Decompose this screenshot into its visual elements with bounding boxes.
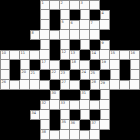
blocked-cell <box>50 80 60 90</box>
clue-number: 24 <box>82 70 86 74</box>
answer-cell[interactable] <box>60 10 70 20</box>
blocked-cell <box>120 90 130 100</box>
answer-cell[interactable]: 34 <box>30 110 40 120</box>
blocked-cell <box>20 30 30 40</box>
answer-cell[interactable]: 33 <box>60 100 70 110</box>
blocked-cell <box>10 130 20 140</box>
answer-cell[interactable] <box>70 130 80 140</box>
blocked-cell <box>110 130 120 140</box>
blocked-cell <box>10 120 20 130</box>
answer-cell[interactable]: 25 <box>90 70 100 80</box>
answer-cell[interactable] <box>90 130 100 140</box>
answer-cell[interactable] <box>80 10 90 20</box>
blocked-cell <box>130 40 140 50</box>
answer-cell[interactable] <box>90 100 100 110</box>
blocked-cell <box>130 0 140 10</box>
blocked-cell <box>130 90 140 100</box>
clue-number: 12 <box>62 50 66 54</box>
answer-cell[interactable] <box>110 70 120 80</box>
answer-cell[interactable] <box>100 120 110 130</box>
answer-cell[interactable]: 36 <box>70 120 80 130</box>
answer-cell[interactable]: 21 <box>30 70 40 80</box>
answer-cell[interactable]: 13 <box>70 50 80 60</box>
blocked-cell <box>110 90 120 100</box>
answer-cell[interactable]: 24 <box>80 70 90 80</box>
answer-cell[interactable] <box>0 60 10 70</box>
answer-cell[interactable] <box>30 50 40 60</box>
clue-number: 30 <box>52 91 56 95</box>
answer-cell[interactable] <box>100 50 110 60</box>
answer-cell[interactable] <box>40 80 50 90</box>
crossword-board: 1234567891011121314151617181920212223242… <box>0 0 140 140</box>
clue-number: 15 <box>111 51 115 55</box>
clue-number: 33 <box>61 101 65 105</box>
clue-number: 11 <box>21 51 25 55</box>
blocked-cell <box>100 0 110 10</box>
answer-cell[interactable]: 22 <box>50 70 60 80</box>
blocked-cell <box>120 70 130 80</box>
blocked-cell <box>50 50 60 60</box>
answer-cell[interactable] <box>80 100 90 110</box>
blocked-cell <box>20 100 30 110</box>
blocked-cell <box>70 10 80 20</box>
blocked-cell <box>10 110 20 120</box>
answer-cell[interactable] <box>120 80 130 90</box>
blocked-cell <box>30 10 40 20</box>
blocked-cell <box>130 110 140 120</box>
answer-cell[interactable] <box>40 50 50 60</box>
answer-cell[interactable]: 38 <box>40 130 50 140</box>
clue-number: 34 <box>32 111 36 115</box>
blocked-cell <box>0 110 10 120</box>
blocked-cell <box>90 10 100 20</box>
blocked-cell <box>30 60 40 70</box>
answer-cell[interactable]: 32 <box>40 100 50 110</box>
answer-cell[interactable]: 7 <box>90 20 100 30</box>
blocked-cell <box>20 40 30 50</box>
blocked-cell <box>10 10 20 20</box>
answer-cell[interactable] <box>0 70 10 80</box>
clue-number: 36 <box>71 121 75 125</box>
answer-cell[interactable] <box>50 0 60 10</box>
answer-cell[interactable] <box>50 30 60 40</box>
blocked-cell <box>20 120 30 130</box>
answer-cell[interactable] <box>130 70 140 80</box>
clue-number: 13 <box>71 51 75 55</box>
answer-cell[interactable] <box>90 0 100 10</box>
clue-number: 9 <box>102 41 104 45</box>
blocked-cell <box>90 60 100 70</box>
blocked-cell <box>120 110 130 120</box>
blocked-cell <box>130 120 140 130</box>
answer-cell[interactable] <box>40 40 50 50</box>
blocked-cell <box>10 0 20 10</box>
answer-cell[interactable] <box>10 50 20 60</box>
blocked-cell <box>30 100 40 110</box>
blocked-cell <box>120 30 130 40</box>
answer-cell[interactable]: 20 <box>20 70 30 80</box>
answer-cell[interactable] <box>30 80 40 90</box>
answer-cell[interactable] <box>20 80 30 90</box>
clue-number: 7 <box>91 21 93 25</box>
blocked-cell <box>0 10 10 20</box>
blocked-cell <box>0 100 10 110</box>
blocked-cell <box>50 110 60 120</box>
answer-cell[interactable]: 14 <box>90 50 100 60</box>
answer-cell[interactable]: 1 <box>40 0 50 10</box>
clue-number: 2 <box>61 1 63 5</box>
blocked-cell <box>10 90 20 100</box>
answer-cell[interactable]: 17 <box>40 60 50 70</box>
blocked-cell <box>20 20 30 30</box>
answer-cell[interactable] <box>60 130 70 140</box>
clue-number: 18 <box>72 60 76 64</box>
answer-cell[interactable] <box>80 20 90 30</box>
answer-cell[interactable] <box>70 80 80 90</box>
blocked-cell <box>100 130 110 140</box>
blocked-cell <box>120 0 130 10</box>
answer-cell[interactable]: 3 <box>80 0 90 10</box>
blocked-cell <box>120 40 130 50</box>
blocked-cell <box>90 40 100 50</box>
answer-cell[interactable] <box>100 100 110 110</box>
blocked-cell <box>120 60 130 70</box>
blocked-cell <box>30 90 40 100</box>
blocked-cell <box>110 40 120 50</box>
answer-cell[interactable] <box>50 60 60 70</box>
blocked-cell <box>0 40 10 50</box>
blocked-cell <box>70 110 80 120</box>
answer-cell[interactable] <box>60 110 70 120</box>
clue-number: 37 <box>92 121 96 125</box>
blocked-cell <box>60 60 70 70</box>
answer-cell[interactable] <box>110 60 120 70</box>
answer-cell[interactable]: 12 <box>60 50 70 60</box>
answer-cell[interactable] <box>20 60 30 70</box>
clue-number: 23 <box>61 71 65 75</box>
blocked-cell <box>20 10 30 20</box>
answer-cell[interactable] <box>80 40 90 50</box>
blocked-cell <box>100 30 110 40</box>
answer-cell[interactable] <box>100 90 110 100</box>
clue-number: 19 <box>102 60 106 64</box>
answer-cell[interactable] <box>40 120 50 130</box>
answer-cell[interactable] <box>130 60 140 70</box>
blocked-cell <box>110 110 120 120</box>
blocked-cell <box>20 130 30 140</box>
blocked-cell <box>120 10 130 20</box>
blocked-cell <box>10 30 20 40</box>
answer-cell[interactable] <box>80 30 90 40</box>
blocked-cell <box>120 120 130 130</box>
clue-number: 29 <box>101 81 105 85</box>
blocked-cell <box>50 120 60 130</box>
clue-number: 14 <box>92 51 96 55</box>
answer-cell[interactable]: 31 <box>80 90 90 100</box>
blocked-cell <box>0 20 10 30</box>
answer-cell[interactable]: 15 <box>110 50 120 60</box>
answer-cell[interactable]: 19 <box>100 60 110 70</box>
blocked-cell <box>40 90 50 100</box>
blocked-cell <box>70 70 80 80</box>
answer-cell[interactable] <box>10 80 20 90</box>
answer-cell[interactable] <box>40 30 50 40</box>
clue-number: 4 <box>102 11 104 15</box>
blocked-cell <box>0 30 10 40</box>
blocked-cell <box>70 40 80 50</box>
blocked-cell <box>110 30 120 40</box>
clue-number: 31 <box>82 91 86 95</box>
blocked-cell <box>50 10 60 20</box>
clue-number: 5 <box>62 20 64 24</box>
answer-cell[interactable] <box>70 100 80 110</box>
blocked-cell <box>0 0 10 10</box>
answer-cell[interactable] <box>130 80 140 90</box>
blocked-cell <box>0 130 10 140</box>
answer-cell[interactable] <box>40 10 50 20</box>
blocked-cell <box>0 90 10 100</box>
answer-cell[interactable]: 16 <box>130 50 140 60</box>
clue-number: 1 <box>42 1 44 5</box>
clue-number: 8 <box>32 31 34 35</box>
clue-number: 27 <box>62 80 66 84</box>
clue-number: 17 <box>42 60 46 64</box>
answer-cell[interactable]: 9 <box>100 40 110 50</box>
answer-cell[interactable] <box>80 60 90 70</box>
blocked-cell <box>80 80 90 90</box>
blocked-cell <box>10 70 20 80</box>
blocked-cell <box>60 90 70 100</box>
blocked-cell <box>120 100 130 110</box>
answer-cell[interactable] <box>70 30 80 40</box>
answer-cell[interactable] <box>40 20 50 30</box>
clue-number: 21 <box>31 71 35 75</box>
answer-cell[interactable]: 4 <box>100 10 110 20</box>
answer-cell[interactable]: 5 <box>60 20 70 30</box>
blocked-cell <box>110 100 120 110</box>
clue-number: 26 <box>2 80 6 84</box>
answer-cell[interactable]: 8 <box>30 30 40 40</box>
blocked-cell <box>110 20 120 30</box>
blocked-cell <box>10 20 20 30</box>
blocked-cell <box>10 100 20 110</box>
answer-cell[interactable] <box>70 0 80 10</box>
answer-cell[interactable]: 37 <box>90 120 100 130</box>
answer-cell[interactable]: 26 <box>0 80 10 90</box>
blocked-cell <box>130 100 140 110</box>
blocked-cell <box>30 20 40 30</box>
answer-cell[interactable] <box>100 110 110 120</box>
clue-number: 25 <box>91 71 95 75</box>
clue-number: 20 <box>22 70 26 74</box>
answer-cell[interactable]: 11 <box>20 50 30 60</box>
blocked-cell <box>110 10 120 20</box>
clue-number: 38 <box>42 130 46 134</box>
blocked-cell <box>50 20 60 30</box>
answer-cell[interactable] <box>80 110 90 120</box>
answer-cell[interactable] <box>80 130 90 140</box>
blocked-cell <box>20 0 30 10</box>
blocked-cell <box>50 40 60 50</box>
answer-cell[interactable]: 27 <box>60 80 70 90</box>
blocked-cell <box>110 120 120 130</box>
blocked-cell <box>70 90 80 100</box>
answer-cell[interactable] <box>60 40 70 50</box>
answer-cell[interactable]: 35 <box>60 120 70 130</box>
blocked-cell <box>120 130 130 140</box>
answer-cell[interactable] <box>100 20 110 30</box>
blocked-cell <box>130 130 140 140</box>
answer-cell[interactable]: 2 <box>60 0 70 10</box>
crossword-screenshot: 1234567891011121314151617181920212223242… <box>0 0 140 140</box>
answer-cell[interactable]: 18 <box>70 60 80 70</box>
blocked-cell <box>110 0 120 10</box>
blocked-cell <box>0 120 10 130</box>
clue-number: 32 <box>42 101 46 105</box>
answer-cell[interactable]: 29 <box>100 80 110 90</box>
blocked-cell <box>80 120 90 130</box>
blocked-cell <box>30 40 40 50</box>
blocked-cell <box>20 90 30 100</box>
blocked-cell <box>40 70 50 80</box>
blocked-cell <box>130 20 140 30</box>
blocked-cell <box>90 110 100 120</box>
blocked-cell <box>100 70 110 80</box>
blocked-cell <box>130 30 140 40</box>
answer-cell[interactable]: 23 <box>60 70 70 80</box>
answer-cell[interactable] <box>50 130 60 140</box>
clue-number: 10 <box>2 51 6 55</box>
blocked-cell <box>90 90 100 100</box>
blocked-cell <box>120 20 130 30</box>
blocked-cell <box>20 110 30 120</box>
clue-number: 6 <box>71 21 73 25</box>
answer-cell[interactable] <box>110 80 120 90</box>
answer-cell[interactable]: 10 <box>0 50 10 60</box>
blocked-cell <box>10 40 20 50</box>
answer-cell[interactable]: 6 <box>70 20 80 30</box>
answer-cell[interactable] <box>120 50 130 60</box>
answer-cell[interactable] <box>50 100 60 110</box>
answer-cell[interactable] <box>60 30 70 40</box>
answer-cell[interactable] <box>40 110 50 120</box>
blocked-cell <box>130 10 140 20</box>
blocked-cell <box>30 0 40 10</box>
blocked-cell <box>30 130 40 140</box>
clue-number: 35 <box>62 120 66 124</box>
clue-number: 3 <box>81 1 83 5</box>
blocked-cell <box>80 50 90 60</box>
clue-number: 22 <box>52 70 56 74</box>
answer-cell[interactable]: 30 <box>50 90 60 100</box>
clue-number: 28 <box>92 80 96 84</box>
blocked-cell <box>30 120 40 130</box>
clue-number: 16 <box>131 51 135 55</box>
answer-cell[interactable] <box>90 30 100 40</box>
blocked-cell <box>10 60 20 70</box>
answer-cell[interactable]: 28 <box>90 80 100 90</box>
